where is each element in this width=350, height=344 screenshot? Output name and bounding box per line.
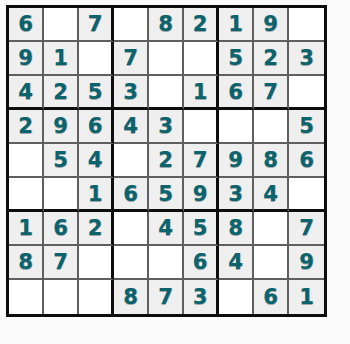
cell-r2c5[interactable] (149, 42, 184, 76)
cell-r5c5[interactable]: 2 (149, 144, 184, 178)
cell-r8c1[interactable]: 8 (9, 246, 44, 280)
cell-r3c2[interactable]: 2 (44, 76, 79, 110)
cell-r1c9[interactable] (289, 8, 324, 42)
cell-r2c6[interactable] (184, 42, 219, 76)
cell-r3c8[interactable]: 7 (254, 76, 289, 110)
cell-r8c4[interactable] (114, 246, 149, 280)
cell-r9c4[interactable]: 8 (114, 280, 149, 314)
cell-r8c6[interactable]: 6 (184, 246, 219, 280)
cell-r5c6[interactable]: 7 (184, 144, 219, 178)
cell-r6c6[interactable]: 9 (184, 178, 219, 212)
cell-r3c5[interactable] (149, 76, 184, 110)
cell-r4c3[interactable]: 6 (79, 110, 114, 144)
cell-r1c7[interactable]: 1 (219, 8, 254, 42)
cell-r6c9[interactable] (289, 178, 324, 212)
cell-r8c7[interactable]: 4 (219, 246, 254, 280)
cell-r3c9[interactable] (289, 76, 324, 110)
cell-r6c8[interactable]: 4 (254, 178, 289, 212)
cell-r8c8[interactable] (254, 246, 289, 280)
cell-r3c6[interactable]: 1 (184, 76, 219, 110)
cell-r5c7[interactable]: 9 (219, 144, 254, 178)
cell-r6c1[interactable] (9, 178, 44, 212)
cell-r7c6[interactable]: 5 (184, 212, 219, 246)
cell-r9c6[interactable]: 3 (184, 280, 219, 314)
cell-r5c2[interactable]: 5 (44, 144, 79, 178)
cell-r7c1[interactable]: 1 (9, 212, 44, 246)
cell-r1c5[interactable]: 8 (149, 8, 184, 42)
cell-r7c2[interactable]: 6 (44, 212, 79, 246)
cell-r6c7[interactable]: 3 (219, 178, 254, 212)
cell-r7c7[interactable]: 8 (219, 212, 254, 246)
cell-r9c1[interactable] (9, 280, 44, 314)
cell-r6c4[interactable]: 6 (114, 178, 149, 212)
cell-r4c1[interactable]: 2 (9, 110, 44, 144)
cell-r3c4[interactable]: 3 (114, 76, 149, 110)
cell-r2c1[interactable]: 9 (9, 42, 44, 76)
cell-r4c7[interactable] (219, 110, 254, 144)
cell-r7c3[interactable]: 2 (79, 212, 114, 246)
cell-r6c3[interactable]: 1 (79, 178, 114, 212)
cell-r9c3[interactable] (79, 280, 114, 314)
cell-r1c4[interactable] (114, 8, 149, 42)
cell-r8c2[interactable]: 7 (44, 246, 79, 280)
cell-r4c4[interactable]: 4 (114, 110, 149, 144)
cell-r1c1[interactable]: 6 (9, 8, 44, 42)
cell-r5c1[interactable] (9, 144, 44, 178)
cell-r9c8[interactable]: 6 (254, 280, 289, 314)
cell-r2c4[interactable]: 7 (114, 42, 149, 76)
cell-r7c5[interactable]: 4 (149, 212, 184, 246)
cell-r9c9[interactable]: 1 (289, 280, 324, 314)
cell-r1c3[interactable]: 7 (79, 8, 114, 42)
cell-r5c4[interactable] (114, 144, 149, 178)
cell-r8c9[interactable]: 9 (289, 246, 324, 280)
cell-r9c5[interactable]: 7 (149, 280, 184, 314)
cell-r7c4[interactable] (114, 212, 149, 246)
cell-r4c5[interactable]: 3 (149, 110, 184, 144)
cell-r6c5[interactable]: 5 (149, 178, 184, 212)
cell-r4c9[interactable]: 5 (289, 110, 324, 144)
cell-r1c2[interactable] (44, 8, 79, 42)
cell-r2c7[interactable]: 5 (219, 42, 254, 76)
cell-r8c5[interactable] (149, 246, 184, 280)
cell-r4c2[interactable]: 9 (44, 110, 79, 144)
sudoku-board-container: 6782199175234253167296435542798616593416… (0, 0, 350, 322)
cell-r8c3[interactable] (79, 246, 114, 280)
cell-r7c9[interactable]: 7 (289, 212, 324, 246)
cell-r3c1[interactable]: 4 (9, 76, 44, 110)
cell-r5c3[interactable]: 4 (79, 144, 114, 178)
cell-r2c8[interactable]: 2 (254, 42, 289, 76)
sudoku-board: 6782199175234253167296435542798616593416… (6, 5, 327, 317)
cell-r2c2[interactable]: 1 (44, 42, 79, 76)
cell-r5c8[interactable]: 8 (254, 144, 289, 178)
cell-r4c8[interactable] (254, 110, 289, 144)
cell-r6c2[interactable] (44, 178, 79, 212)
cell-r5c9[interactable]: 6 (289, 144, 324, 178)
cell-r2c3[interactable] (79, 42, 114, 76)
cell-r4c6[interactable] (184, 110, 219, 144)
cell-r2c9[interactable]: 3 (289, 42, 324, 76)
cell-r1c6[interactable]: 2 (184, 8, 219, 42)
cell-r1c8[interactable]: 9 (254, 8, 289, 42)
cell-r9c2[interactable] (44, 280, 79, 314)
cell-r9c7[interactable] (219, 280, 254, 314)
cell-r7c8[interactable] (254, 212, 289, 246)
cell-r3c3[interactable]: 5 (79, 76, 114, 110)
cell-r3c7[interactable]: 6 (219, 76, 254, 110)
